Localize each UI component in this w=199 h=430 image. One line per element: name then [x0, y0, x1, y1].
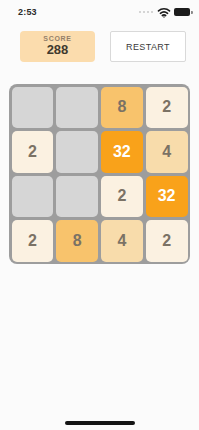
- board[interactable]: 8223242322842: [9, 84, 190, 264]
- empty-cell-r2c2: [56, 131, 98, 173]
- empty-cell-r1c1: [12, 87, 54, 129]
- tile-2-r3c3: 2: [101, 176, 143, 218]
- tile-2-r4c1: 2: [12, 220, 54, 262]
- empty-cell-r1c2: [56, 87, 98, 129]
- tile-8-r4c2: 8: [56, 220, 98, 262]
- tile-2-r4c4: 2: [146, 220, 188, 262]
- tile-8-r1c3: 8: [101, 87, 143, 129]
- cellular-signal-icon: [139, 11, 154, 14]
- tile-2-r2c1: 2: [12, 131, 54, 173]
- status-bar: 2:53: [0, 0, 199, 24]
- tile-32-r2c3: 32: [101, 131, 143, 173]
- status-icons: [139, 7, 191, 18]
- score-box: SCORE 288: [20, 31, 95, 62]
- empty-cell-r3c1: [12, 176, 54, 218]
- empty-cell-r3c2: [56, 176, 98, 218]
- tile-4-r2c4: 4: [146, 131, 188, 173]
- restart-button[interactable]: RESTART: [110, 31, 186, 62]
- home-indicator[interactable]: [65, 421, 135, 425]
- wifi-icon: [157, 7, 171, 18]
- tile-4-r4c3: 4: [101, 220, 143, 262]
- tile-32-r3c4: 32: [146, 176, 188, 218]
- clock: 2:53: [18, 7, 37, 17]
- score-value: 288: [47, 43, 69, 58]
- battery-icon: [174, 8, 190, 16]
- tile-2-r1c4: 2: [146, 87, 188, 129]
